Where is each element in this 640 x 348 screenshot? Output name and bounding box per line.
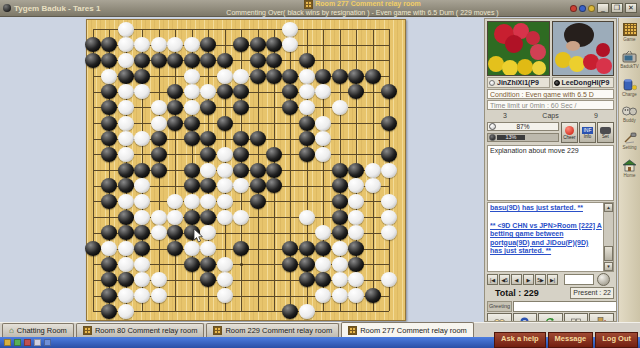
white-stone — [200, 241, 216, 256]
tab-room-80[interactable]: Room 80 Comment relay room — [76, 323, 205, 337]
move-number-input[interactable] — [564, 274, 594, 285]
black-stone — [85, 53, 101, 68]
white-stone — [184, 241, 200, 256]
tools-icon — [623, 132, 637, 144]
tray-icon[interactable] — [34, 339, 41, 346]
black-stone — [250, 131, 266, 146]
black-stone — [282, 241, 298, 256]
white-stone — [184, 69, 200, 84]
black-stone — [151, 53, 167, 68]
white-stone — [381, 210, 397, 225]
nav-back5-button[interactable]: ◀5 — [499, 274, 510, 285]
white-stone — [118, 147, 134, 162]
black-stone — [381, 116, 397, 131]
goban-icon — [623, 23, 637, 36]
black-stone — [101, 194, 117, 209]
tray-icon[interactable] — [44, 339, 51, 346]
menu-button[interactable]: Menu — [564, 313, 589, 322]
scroll-down-icon[interactable]: ▼ — [604, 262, 613, 271]
white-stone — [118, 84, 134, 99]
black-stone — [332, 163, 348, 178]
white-stone — [381, 194, 397, 209]
window-controls: _ ❐ ✕ — [570, 3, 640, 13]
nav-last-button[interactable]: ▶| — [547, 274, 558, 285]
white-stone — [118, 116, 134, 131]
black-stone — [365, 69, 381, 84]
black-pct: 13% — [497, 135, 525, 140]
white-stone — [233, 210, 249, 225]
black-stone — [233, 131, 249, 146]
black-stone — [282, 100, 298, 115]
white-stone — [348, 225, 364, 240]
white-stone — [101, 69, 117, 84]
scroll-up-icon[interactable]: ▲ — [604, 203, 613, 212]
scrollbar-thumb[interactable] — [604, 246, 613, 261]
black-stone — [184, 178, 200, 193]
white-stone — [315, 257, 331, 272]
black-stone — [167, 116, 183, 131]
black-stone — [200, 147, 216, 162]
totals-row: Total : 229 Present : 22 — [487, 287, 614, 299]
chat-message[interactable]: basu(9D) has just started. ** — [490, 204, 602, 213]
white-stone — [184, 100, 200, 115]
white-stone — [348, 272, 364, 287]
black-stone — [134, 53, 150, 68]
black-stone — [101, 84, 117, 99]
black-stone — [101, 131, 117, 146]
black-stone — [282, 304, 298, 319]
move-explanation-box: Explanation about move 229 — [487, 145, 614, 201]
black-stone — [233, 147, 249, 162]
black-stone — [250, 37, 266, 52]
black-stone — [101, 178, 117, 193]
greeting-label: Greeting — [487, 301, 512, 312]
white-stone — [348, 194, 364, 209]
black-stone — [299, 116, 315, 131]
white-stone — [365, 178, 381, 193]
cheer-icon — [565, 126, 574, 135]
app-title-area: Tygem Baduk - Tares 1 — [0, 4, 155, 13]
white-stone — [381, 272, 397, 287]
nav-first-button[interactable]: |◀ — [487, 274, 498, 285]
white-stone — [118, 131, 134, 146]
black-stone — [151, 131, 167, 146]
white-stone — [151, 272, 167, 287]
black-stone — [151, 163, 167, 178]
tab-room-229[interactable]: Room 229 Comment relay room — [206, 323, 339, 337]
white-stone — [332, 100, 348, 115]
black-stone — [332, 194, 348, 209]
white-stone — [348, 210, 364, 225]
white-stone — [167, 37, 183, 52]
white-stone — [118, 257, 134, 272]
white-stone — [167, 194, 183, 209]
black-stone — [118, 272, 134, 287]
white-stone — [332, 272, 348, 287]
black-stone — [233, 241, 249, 256]
black-stone — [134, 241, 150, 256]
app-window: Tygem Baduk - Tares 1 Room 277 Comment r… — [0, 0, 640, 348]
house-icon: ⌂ — [9, 327, 14, 335]
white-stone — [151, 37, 167, 52]
black-stone — [299, 53, 315, 68]
white-stone — [118, 22, 134, 37]
black-stone — [85, 37, 101, 52]
black-stone — [118, 163, 134, 178]
black-stone — [266, 69, 282, 84]
house-icon — [622, 159, 637, 172]
white-stone — [381, 225, 397, 240]
info-icon: INF — [582, 127, 593, 134]
black-stone — [233, 84, 249, 99]
two-faces-icon — [622, 106, 637, 117]
game-info-panel: JinZhiXi1(P9 LeeDongHI(P9 Condition : Ev… — [484, 18, 617, 322]
white-stone — [151, 225, 167, 240]
goban-icon — [83, 326, 92, 335]
review-button[interactable]: Review — [538, 313, 563, 322]
black-stone — [299, 131, 315, 146]
nav-back-button[interactable]: ◀ — [511, 274, 522, 285]
white-stone — [151, 100, 167, 115]
go-board[interactable] — [86, 19, 406, 321]
white-stone — [118, 53, 134, 68]
white-stone — [299, 69, 315, 84]
greeting-row: Greeting — [487, 300, 614, 312]
black-player-photo — [552, 21, 615, 76]
black-stone — [101, 225, 117, 240]
white-stone — [134, 178, 150, 193]
goban-icon — [304, 0, 313, 9]
white-stone — [151, 288, 167, 303]
black-stone — [101, 304, 117, 319]
info-button[interactable]: INF Info — [579, 122, 596, 143]
game-condition: Condition : Even game with 6.5 D — [487, 89, 614, 99]
black-stone — [118, 178, 134, 193]
black-stone — [233, 100, 249, 115]
greeting-input[interactable] — [513, 301, 617, 312]
toolbar-home-button[interactable]: Home — [620, 159, 640, 178]
user-blue-icon[interactable] — [579, 5, 586, 12]
white-stone — [217, 272, 233, 287]
black-stone — [299, 147, 315, 162]
nav-forward-button[interactable]: ▶ — [523, 274, 534, 285]
game-status-line: Commenting Over( black wins by resignati… — [155, 9, 570, 17]
black-stone — [299, 257, 315, 272]
black-stone — [348, 69, 364, 84]
app-title: Tygem Baduk - Tares 1 — [14, 4, 100, 13]
black-stone — [200, 37, 216, 52]
black-stone — [200, 178, 216, 193]
white-stone — [184, 194, 200, 209]
white-stone — [217, 163, 233, 178]
black-stone — [167, 100, 183, 115]
white-time-slider[interactable]: 87% — [487, 122, 559, 131]
black-stone — [184, 131, 200, 146]
black-stone — [184, 163, 200, 178]
white-player-name: JinZhiXi1(P9 — [487, 77, 550, 88]
chat-message[interactable]: ** <9D CHN vs JPN>Room [222] A betting g… — [490, 222, 602, 256]
set-button[interactable]: Set — [597, 122, 614, 143]
black-stone — [348, 257, 364, 272]
black-stone — [250, 163, 266, 178]
white-stone — [118, 241, 134, 256]
black-stone — [101, 100, 117, 115]
toolbar-game-button[interactable]: Game — [620, 23, 640, 42]
black-stone — [250, 69, 266, 84]
black-stone — [217, 53, 233, 68]
black-stone — [85, 241, 101, 256]
black-slider-thumb[interactable] — [489, 134, 496, 141]
white-stone — [233, 178, 249, 193]
black-stone — [250, 53, 266, 68]
black-stone — [200, 100, 216, 115]
black-stone — [101, 288, 117, 303]
black-stone — [134, 163, 150, 178]
title-bar: Tygem Baduk - Tares 1 Room 277 Comment r… — [0, 0, 640, 17]
grid-line — [93, 311, 389, 312]
white-stone — [315, 225, 331, 240]
toolbar-charge-button[interactable]: Charge — [620, 78, 640, 97]
black-stone — [348, 163, 364, 178]
black-stone — [332, 69, 348, 84]
room-title-area: Room 277 Comment relay room Commenting O… — [155, 0, 570, 17]
goban-icon — [348, 326, 357, 335]
go-to-move-button[interactable] — [597, 273, 610, 286]
tray-icon[interactable] — [24, 339, 31, 346]
black-stone — [315, 69, 331, 84]
black-stone — [167, 241, 183, 256]
black-stone — [101, 272, 117, 287]
tray-icon[interactable] — [4, 339, 11, 346]
present-count: Present : 22 — [570, 287, 614, 299]
black-stone — [250, 178, 266, 193]
black-stone — [250, 194, 266, 209]
user-red-icon[interactable] — [570, 5, 577, 12]
chat-box: basu(9D) has just started. ** ** <9D CHN… — [487, 202, 614, 272]
white-stone — [134, 210, 150, 225]
white-stone — [282, 22, 298, 37]
control-buttons: Cheer INF Info Set — [561, 121, 614, 144]
white-stone — [134, 257, 150, 272]
white-stone — [134, 288, 150, 303]
caps-right: 9 — [594, 111, 598, 120]
white-stone — [200, 84, 216, 99]
tab-room-277-active[interactable]: Room 277 Comment relay room — [341, 322, 474, 337]
chat-scrollbar[interactable]: ▲ ▼ — [603, 203, 613, 271]
quit-button[interactable]: Quit — [589, 313, 614, 322]
black-stone — [282, 257, 298, 272]
black-stone — [200, 53, 216, 68]
black-stone — [348, 241, 364, 256]
money-jar-icon — [623, 78, 637, 91]
black-stone — [217, 84, 233, 99]
black-stone-icon — [554, 80, 560, 86]
white-stone — [217, 288, 233, 303]
white-stone — [101, 241, 117, 256]
mouse-cursor — [193, 229, 205, 243]
tray-icon[interactable] — [14, 339, 21, 346]
black-time-slider[interactable]: 13% — [487, 133, 559, 142]
black-stone — [167, 53, 183, 68]
captures-row: 3 Caps 9 — [487, 111, 614, 120]
sliders: 87% 13% — [487, 121, 559, 144]
white-stone — [217, 257, 233, 272]
black-stone — [118, 69, 134, 84]
black-stone — [381, 84, 397, 99]
white-stone — [118, 194, 134, 209]
black-stone — [101, 116, 117, 131]
white-stone — [134, 84, 150, 99]
black-stone — [365, 288, 381, 303]
black-stone — [184, 210, 200, 225]
black-stone — [332, 225, 348, 240]
black-stone — [101, 147, 117, 162]
white-stone — [200, 163, 216, 178]
chat-messages: basu(9D) has just started. ** ** <9D CHN… — [490, 204, 602, 270]
player-photos — [487, 21, 614, 76]
white-stone — [282, 37, 298, 52]
white-stone — [233, 69, 249, 84]
white-stone — [167, 210, 183, 225]
minimize-button[interactable]: _ — [597, 3, 609, 13]
toolbar-setting-button[interactable]: Setting — [620, 132, 640, 150]
black-stone — [200, 210, 216, 225]
black-stone — [348, 84, 364, 99]
white-player-photo — [487, 21, 550, 76]
black-stone — [184, 116, 200, 131]
white-stone — [299, 84, 315, 99]
white-stone — [332, 257, 348, 272]
white-stone — [315, 131, 331, 146]
black-stone — [266, 163, 282, 178]
black-stone — [233, 37, 249, 52]
white-stone — [134, 131, 150, 146]
lamp-icon[interactable] — [588, 5, 595, 12]
white-stone — [118, 304, 134, 319]
black-stone — [101, 257, 117, 272]
toolbar-buddy-button[interactable]: Buddy — [620, 106, 640, 123]
black-stone — [101, 53, 117, 68]
nav-forward5-button[interactable]: 5▶ — [535, 274, 546, 285]
white-stone — [118, 37, 134, 52]
room-title: Room 277 Comment relay room — [315, 0, 420, 8]
white-pct: 87% — [488, 123, 558, 130]
restore-button[interactable]: ❐ — [611, 3, 623, 13]
white-stone — [200, 194, 216, 209]
white-stone-icon — [489, 80, 495, 86]
player-names: JinZhiXi1(P9 LeeDongHI(P9 — [487, 77, 614, 88]
black-stone — [118, 225, 134, 240]
white-stone — [299, 304, 315, 319]
white-stone — [118, 100, 134, 115]
tv-icon — [622, 51, 637, 63]
black-stone — [233, 163, 249, 178]
tab-chatting-room[interactable]: ⌂ Chatting Room — [2, 323, 74, 337]
black-stone — [266, 147, 282, 162]
cheer-button[interactable]: Cheer — [561, 122, 578, 143]
sequence-button[interactable]: ? Sequence — [513, 313, 538, 322]
message-button[interactable]: Message — [548, 332, 594, 348]
black-stone — [134, 69, 150, 84]
star-point — [240, 263, 243, 266]
white-stone — [315, 288, 331, 303]
camera-icon — [600, 127, 611, 134]
white-stone — [315, 116, 331, 131]
ask-help-button[interactable]: Ask a help — [494, 332, 546, 348]
caps-label: Caps — [542, 111, 558, 120]
black-stone — [266, 37, 282, 52]
black-stone — [315, 272, 331, 287]
white-stone — [134, 37, 150, 52]
white-stone — [134, 194, 150, 209]
black-stone — [200, 257, 216, 272]
black-stone — [151, 147, 167, 162]
black-stone — [184, 53, 200, 68]
black-stone — [282, 69, 298, 84]
white-stone — [381, 163, 397, 178]
black-stone — [200, 131, 216, 146]
caps-left: 3 — [503, 111, 507, 120]
black-stone — [167, 225, 183, 240]
black-stone — [134, 225, 150, 240]
white-stone — [332, 288, 348, 303]
white-stone — [184, 37, 200, 52]
white-stone — [315, 84, 331, 99]
time-limit: Time limit ur 0min : 60 Sec / — [487, 100, 614, 110]
footer-buttons: Ask a help Message Log Out — [494, 332, 638, 348]
black-stone — [282, 84, 298, 99]
white-stone — [184, 84, 200, 99]
white-stone — [299, 100, 315, 115]
white-stone — [151, 116, 167, 131]
control-row: 87% 13% Cheer INF Info — [487, 121, 614, 144]
white-stone — [348, 288, 364, 303]
white-stone — [118, 288, 134, 303]
white-slider-thumb[interactable] — [489, 123, 496, 130]
black-stone — [167, 84, 183, 99]
white-stone — [217, 69, 233, 84]
white-stone — [151, 210, 167, 225]
black-stone — [101, 37, 117, 52]
black-stone — [315, 241, 331, 256]
black-stone — [118, 210, 134, 225]
white-stone — [332, 241, 348, 256]
black-stone — [299, 272, 315, 287]
black-stone — [266, 53, 282, 68]
black-stone — [332, 210, 348, 225]
white-stone — [365, 163, 381, 178]
black-stone — [266, 178, 282, 193]
app-icon — [3, 4, 11, 12]
toolbar-tv-button[interactable]: BadukTV — [620, 51, 640, 69]
black-stone — [381, 147, 397, 162]
black-stone — [332, 178, 348, 193]
goban-icon — [213, 326, 222, 335]
move-navigation: |◀ ◀5 ◀ ▶ 5▶ ▶| — [487, 273, 614, 286]
white-stone — [217, 147, 233, 162]
black-stone — [200, 272, 216, 287]
black-player-name: LeeDongHI(P9 — [552, 77, 615, 88]
close-button[interactable]: ✕ — [625, 3, 637, 13]
white-stone — [217, 210, 233, 225]
logout-button[interactable]: Log Out — [595, 332, 638, 348]
black-stone — [184, 257, 200, 272]
white-stone — [217, 178, 233, 193]
action-buttons: Chat ? Sequence Review — [487, 313, 614, 322]
chat-button[interactable]: Chat — [487, 313, 512, 322]
right-toolbar: Game BadukTV Charge Buddy — [618, 18, 640, 322]
black-stone — [217, 116, 233, 131]
